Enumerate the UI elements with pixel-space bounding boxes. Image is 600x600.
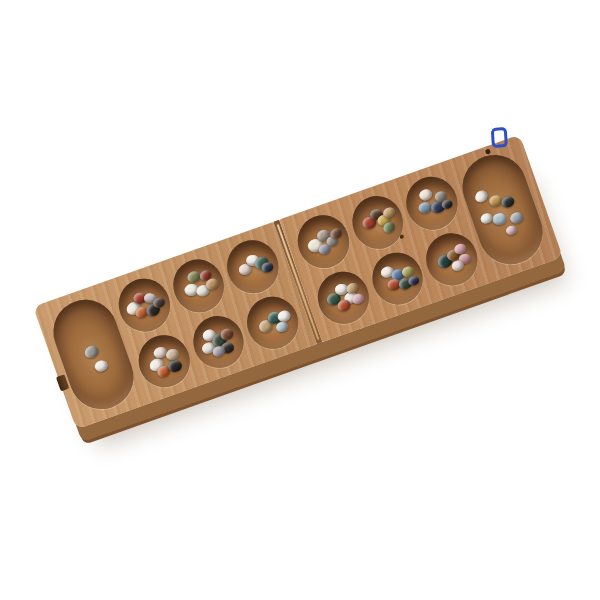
product-photo-scene — [0, 0, 600, 600]
board-right-half — [279, 135, 563, 343]
gemstone-counter — [94, 359, 109, 373]
pit-back-3[interactable] — [220, 233, 285, 299]
pit-back-1[interactable] — [112, 272, 177, 338]
pit-front-6[interactable] — [419, 226, 484, 292]
gemstone-counter — [418, 187, 434, 202]
gemstone-counter — [508, 210, 524, 225]
pit-front-4[interactable] — [310, 264, 375, 330]
gemstone-counter — [492, 213, 507, 226]
pit-back-4[interactable] — [291, 208, 356, 274]
blue-latch-clasp-icon — [491, 127, 508, 148]
board-left-half — [33, 222, 317, 430]
pit-front-2[interactable] — [186, 309, 251, 375]
gemstone-counter — [505, 224, 518, 236]
pit-back-6[interactable] — [399, 170, 464, 236]
gemstone-counter — [479, 212, 494, 225]
pit-back-5[interactable] — [345, 189, 410, 255]
mancala-board — [33, 135, 563, 430]
pit-front-3[interactable] — [240, 289, 305, 355]
gemstone-counter — [167, 359, 182, 373]
board-top-face — [33, 135, 563, 430]
pit-front-1[interactable] — [131, 328, 196, 394]
gemstone-counter — [83, 343, 101, 360]
pit-back-2[interactable] — [166, 252, 231, 318]
gemstone-counter — [473, 188, 490, 205]
gemstone-counter — [500, 194, 516, 209]
pit-front-5[interactable] — [365, 245, 430, 311]
